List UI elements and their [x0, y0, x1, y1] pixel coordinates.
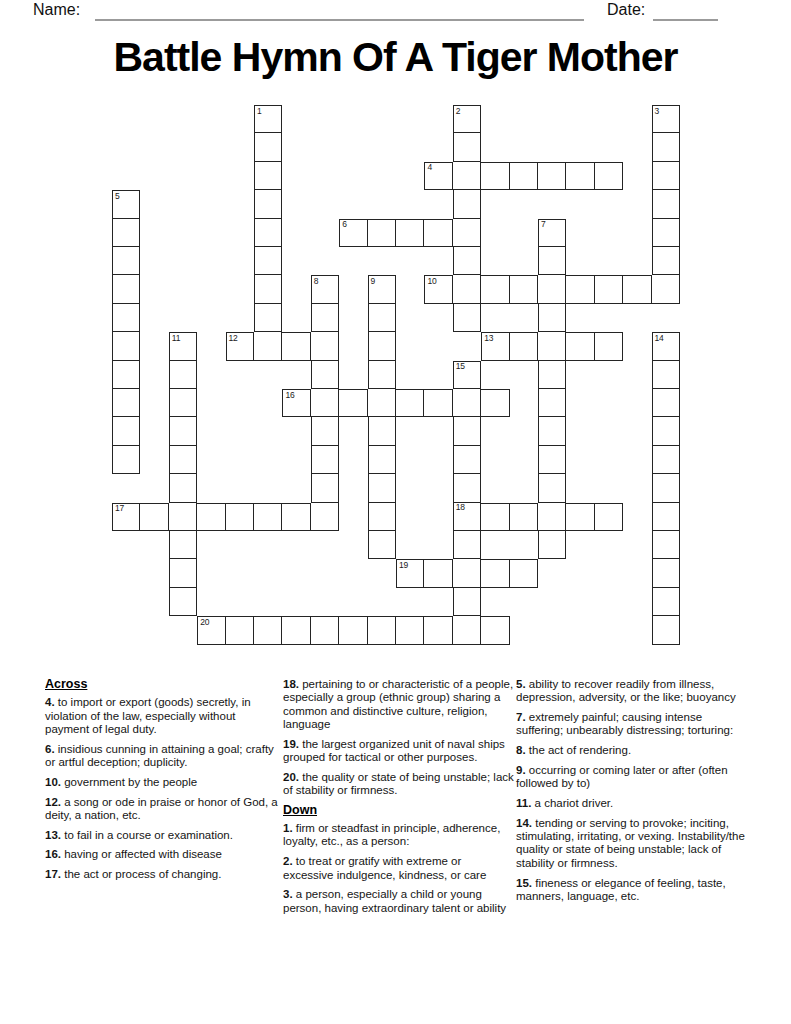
grid-cell[interactable]	[538, 247, 566, 275]
grid-cell[interactable]	[311, 361, 339, 389]
grid-cell[interactable]	[453, 474, 481, 502]
grid-cell[interactable]: 15	[453, 361, 481, 389]
grid-cell[interactable]	[254, 503, 282, 531]
grid-cell[interactable]	[169, 446, 197, 474]
grid-cell[interactable]	[652, 559, 680, 587]
grid-cell[interactable]: 1	[254, 105, 282, 133]
clue-across-4: 4. to import or export (goods) secretly,…	[45, 696, 278, 736]
clue-down-3: 3. a person, especially a child or young…	[283, 888, 514, 915]
grid-cell[interactable]: 3	[652, 105, 680, 133]
grid-cell[interactable]	[226, 616, 254, 644]
grid-cell[interactable]	[368, 446, 396, 474]
grid-cell[interactable]	[538, 531, 566, 559]
grid-cell[interactable]: 18	[453, 503, 481, 531]
grid-cell[interactable]	[112, 361, 140, 389]
grid-cell[interactable]	[652, 389, 680, 417]
grid-cell[interactable]	[169, 389, 197, 417]
grid-cell[interactable]	[311, 417, 339, 445]
date-label: Date:	[607, 1, 645, 19]
grid-cell[interactable]	[652, 361, 680, 389]
grid-cell[interactable]	[169, 588, 197, 616]
grid-cell[interactable]	[197, 503, 225, 531]
clue-across-18: 18. pertaining to or characteristic of a…	[283, 678, 514, 731]
worksheet-page: { "game": "crossword", "title": "Battle …	[0, 0, 791, 1024]
grid-cell[interactable]	[510, 275, 538, 303]
grid-cell[interactable]	[481, 503, 509, 531]
clues-across-heading: Across	[45, 678, 278, 691]
grid-cell[interactable]	[595, 275, 623, 303]
clue-across-17: 17. the act or process of changing.	[45, 868, 278, 881]
grid-cell[interactable]	[169, 531, 197, 559]
grid-cell[interactable]	[652, 616, 680, 644]
grid-cell[interactable]: 9	[368, 275, 396, 303]
grid-cell[interactable]	[566, 275, 594, 303]
clue-across-12: 12. a song or ode in praise or honor of …	[45, 796, 278, 823]
clue-across-6: 6. insidious cunning in attaining a goal…	[45, 743, 278, 770]
grid-cell[interactable]: 17	[112, 503, 140, 531]
grid-cell[interactable]	[112, 275, 140, 303]
grid-cell[interactable]	[538, 304, 566, 332]
grid-cell[interactable]	[112, 446, 140, 474]
grid-cell[interactable]	[169, 503, 197, 531]
clue-down-7: 7. extremely painful; causing intense su…	[516, 711, 749, 738]
grid-cell[interactable]	[282, 503, 310, 531]
clue-column-3: 5. ability to recover readily from illne…	[516, 678, 749, 910]
grid-cell[interactable]	[538, 332, 566, 360]
grid-cell[interactable]	[453, 531, 481, 559]
clue-number: 12	[229, 334, 238, 343]
grid-cell[interactable]	[566, 503, 594, 531]
grid-cell[interactable]	[368, 503, 396, 531]
date-input-line	[653, 2, 718, 21]
grid-cell[interactable]	[396, 219, 424, 247]
name-input-line	[95, 2, 584, 21]
grid-cell[interactable]: 10	[424, 275, 452, 303]
grid-cell[interactable]	[453, 559, 481, 587]
clue-down-8: 8. the act of rendering.	[516, 744, 749, 757]
clue-number: 11	[172, 334, 180, 343]
grid-cell[interactable]	[652, 247, 680, 275]
grid-cell[interactable]	[652, 531, 680, 559]
grid-cell[interactable]	[424, 389, 452, 417]
grid-cell[interactable]	[254, 219, 282, 247]
grid-cell[interactable]	[453, 389, 481, 417]
clue-across-16: 16. having or affected with disease	[45, 848, 278, 861]
grid-cell[interactable]	[368, 219, 396, 247]
clue-down-14: 14. tending or serving to provoke; incit…	[516, 817, 749, 870]
grid-cell[interactable]	[169, 361, 197, 389]
grid-cell[interactable]	[112, 389, 140, 417]
grid-cell[interactable]	[282, 332, 310, 360]
clue-column-2: 18. pertaining to or characteristic of a…	[283, 678, 514, 921]
grid-cell[interactable]	[311, 304, 339, 332]
grid-cell[interactable]	[652, 474, 680, 502]
grid-cell[interactable]: 14	[652, 332, 680, 360]
grid-cell[interactable]	[538, 162, 566, 190]
grid-cell[interactable]	[510, 162, 538, 190]
grid-cell[interactable]	[424, 219, 452, 247]
grid-cell[interactable]	[595, 162, 623, 190]
grid-cell[interactable]	[481, 616, 509, 644]
clue-number: 10	[427, 277, 436, 286]
grid-cell[interactable]	[652, 162, 680, 190]
grid-cell[interactable]	[623, 275, 651, 303]
clue-number: 7	[541, 220, 546, 229]
grid-cell[interactable]	[453, 133, 481, 161]
grid-cell[interactable]	[481, 162, 509, 190]
clue-down-15: 15. fineness or elegance of feeling, tas…	[516, 877, 749, 904]
grid-cell[interactable]	[424, 559, 452, 587]
grid-cell[interactable]	[254, 247, 282, 275]
clue-number: 4	[427, 163, 432, 172]
grid-cell[interactable]	[311, 616, 339, 644]
clue-number: 20	[200, 618, 209, 627]
clue-across-10: 10. government by the people	[45, 776, 278, 789]
grid-cell[interactable]	[538, 417, 566, 445]
grid-cell[interactable]	[396, 616, 424, 644]
grid-cell[interactable]	[595, 332, 623, 360]
grid-cell[interactable]	[112, 247, 140, 275]
grid-cell[interactable]	[339, 616, 367, 644]
grid-cell[interactable]	[652, 417, 680, 445]
name-label: Name:	[33, 1, 80, 19]
grid-cell[interactable]	[510, 332, 538, 360]
grid-cell[interactable]	[368, 417, 396, 445]
grid-cell[interactable]	[254, 616, 282, 644]
grid-cell[interactable]	[652, 275, 680, 303]
grid-cell[interactable]	[254, 133, 282, 161]
clue-number: 1	[257, 107, 262, 116]
grid-cell[interactable]	[652, 133, 680, 161]
grid-cell[interactable]	[453, 446, 481, 474]
grid-cell[interactable]	[368, 474, 396, 502]
grid-cell[interactable]	[538, 389, 566, 417]
grid-cell[interactable]	[311, 332, 339, 360]
clue-number: 13	[484, 334, 493, 343]
grid-cell[interactable]	[652, 503, 680, 531]
clue-down-11: 11. a chariot driver.	[516, 797, 749, 810]
grid-cell[interactable]	[169, 417, 197, 445]
grid-cell[interactable]	[538, 474, 566, 502]
clue-number: 14	[655, 334, 664, 343]
grid-cell[interactable]	[112, 332, 140, 360]
clue-down-2: 2. to treat or gratify with extreme or e…	[283, 855, 514, 882]
clue-number: 3	[655, 107, 660, 116]
grid-cell[interactable]: 19	[396, 559, 424, 587]
grid-cell[interactable]	[368, 304, 396, 332]
grid-cell[interactable]	[169, 559, 197, 587]
clue-number: 6	[342, 220, 347, 229]
grid-cell[interactable]	[652, 446, 680, 474]
clue-number: 16	[285, 391, 294, 400]
grid-cell[interactable]: 12	[226, 332, 254, 360]
grid-cell[interactable]	[311, 446, 339, 474]
grid-cell[interactable]: 4	[424, 162, 452, 190]
grid-cell[interactable]	[112, 417, 140, 445]
grid-cell[interactable]: 16	[282, 389, 310, 417]
grid-cell[interactable]	[566, 332, 594, 360]
grid-cell[interactable]	[368, 361, 396, 389]
grid-cell[interactable]: 8	[311, 275, 339, 303]
grid-cell[interactable]	[652, 588, 680, 616]
grid-cell[interactable]	[453, 219, 481, 247]
grid-cell[interactable]	[311, 503, 339, 531]
grid-cell[interactable]	[453, 417, 481, 445]
grid-cell[interactable]	[453, 190, 481, 218]
grid-cell[interactable]	[538, 361, 566, 389]
clues-down-heading: Down	[283, 804, 514, 817]
clue-number: 8	[314, 277, 319, 286]
grid-cell[interactable]	[368, 389, 396, 417]
grid-cell[interactable]	[254, 332, 282, 360]
grid-cell[interactable]	[311, 389, 339, 417]
clue-down-9: 9. occurring or coming later or after (o…	[516, 764, 749, 791]
clue-number: 15	[456, 362, 465, 371]
grid-cell[interactable]	[595, 503, 623, 531]
clue-number: 17	[115, 504, 124, 513]
grid-cell[interactable]	[538, 446, 566, 474]
grid-cell[interactable]	[169, 474, 197, 502]
grid-cell[interactable]: 11	[169, 332, 197, 360]
grid-cell[interactable]: 20	[197, 616, 225, 644]
clue-down-1: 1. firm or steadfast in principle, adher…	[283, 822, 514, 849]
grid-cell[interactable]	[140, 503, 168, 531]
puzzle-title: Battle Hymn Of A Tiger Mother	[0, 34, 791, 81]
grid-cell[interactable]	[368, 332, 396, 360]
grid-cell[interactable]	[339, 389, 367, 417]
grid-cell[interactable]	[112, 304, 140, 332]
grid-cell[interactable]	[481, 389, 509, 417]
clue-down-5: 5. ability to recover readily from illne…	[516, 678, 749, 705]
grid-cell[interactable]	[566, 162, 594, 190]
grid-cell[interactable]	[453, 275, 481, 303]
grid-cell[interactable]	[254, 275, 282, 303]
clue-column-1: Across4. to import or export (goods) sec…	[45, 678, 278, 888]
grid-cell[interactable]	[510, 559, 538, 587]
clue-number: 5	[115, 192, 120, 201]
grid-cell[interactable]	[424, 616, 452, 644]
grid-cell[interactable]	[538, 503, 566, 531]
grid-cell[interactable]	[481, 559, 509, 587]
grid-cell[interactable]: 13	[481, 332, 509, 360]
clue-across-13: 13. to fail in a course or examination.	[45, 829, 278, 842]
grid-cell[interactable]	[311, 474, 339, 502]
grid-cell[interactable]	[453, 247, 481, 275]
grid-cell[interactable]	[453, 304, 481, 332]
grid-cell[interactable]	[282, 616, 310, 644]
grid-cell[interactable]	[510, 503, 538, 531]
grid-cell[interactable]	[652, 190, 680, 218]
clue-number: 2	[456, 107, 461, 116]
clue-number: 9	[371, 277, 376, 286]
grid-cell[interactable]: 2	[453, 105, 481, 133]
grid-cell[interactable]	[481, 275, 509, 303]
clue-across-19: 19. the largest organized unit of naval …	[283, 738, 514, 765]
grid-cell[interactable]	[112, 219, 140, 247]
grid-cell[interactable]	[254, 190, 282, 218]
grid-cell[interactable]	[652, 219, 680, 247]
crossword-grid[interactable]: 1234567891011121314151617181920	[112, 105, 681, 646]
grid-cell[interactable]	[254, 304, 282, 332]
grid-cell[interactable]	[368, 531, 396, 559]
grid-cell[interactable]	[254, 162, 282, 190]
grid-cell[interactable]	[226, 503, 254, 531]
grid-cell[interactable]	[368, 616, 396, 644]
clue-number: 18	[456, 503, 465, 512]
clue-across-20: 20. the quality or state of being unstab…	[283, 771, 514, 798]
grid-cell[interactable]	[396, 389, 424, 417]
grid-cell[interactable]: 7	[538, 219, 566, 247]
grid-cell[interactable]	[453, 616, 481, 644]
grid-cell[interactable]: 5	[112, 190, 140, 218]
grid-cell[interactable]	[538, 275, 566, 303]
clue-number: 19	[399, 561, 408, 570]
grid-cell[interactable]	[453, 588, 481, 616]
grid-cell[interactable]: 6	[339, 219, 367, 247]
grid-cell[interactable]	[453, 162, 481, 190]
